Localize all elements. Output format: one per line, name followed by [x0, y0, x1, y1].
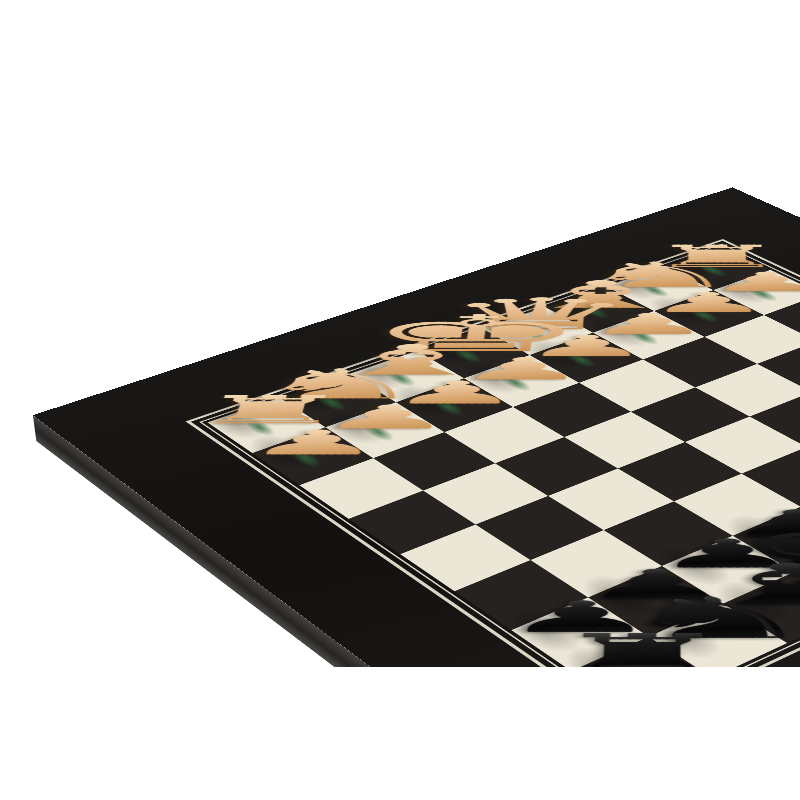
chess-set-photo: ♜♟♞♟♝♟♛♟♚♟♝♟♟♞♜♟♟♜♞♟♟♝♟♛♟♚♟♝♟♞♟♜	[0, 0, 800, 800]
photo-bottom-margin	[0, 667, 800, 800]
